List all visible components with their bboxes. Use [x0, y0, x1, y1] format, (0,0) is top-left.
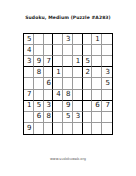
- cell-r2c2[interactable]: [34, 45, 44, 56]
- cell-r7c4[interactable]: [53, 101, 63, 112]
- cell-r9c3[interactable]: [44, 123, 54, 134]
- cell-r1c1[interactable]: 5: [24, 34, 34, 45]
- cell-r8c9[interactable]: [102, 112, 112, 123]
- cell-r6c1[interactable]: 7: [24, 90, 34, 101]
- cell-r7c8[interactable]: 6: [92, 101, 102, 112]
- cell-r6c3[interactable]: [44, 90, 54, 101]
- cell-r4c9[interactable]: 3: [102, 67, 112, 78]
- cell-r6c7[interactable]: [83, 90, 93, 101]
- cell-r4c8[interactable]: [92, 67, 102, 78]
- footer-url: www.sudokuweb.org: [0, 157, 136, 161]
- cell-r2c5[interactable]: [63, 45, 73, 56]
- cell-r1c8[interactable]: 1: [92, 34, 102, 45]
- cell-r5c8[interactable]: [92, 78, 102, 89]
- cell-r9c6[interactable]: [73, 123, 83, 134]
- cell-r8c3[interactable]: 8: [44, 112, 54, 123]
- cell-r6c4[interactable]: 4: [53, 90, 63, 101]
- cell-r3c1[interactable]: 3: [24, 56, 34, 67]
- cell-r1c4[interactable]: [53, 34, 63, 45]
- cell-r5c3[interactable]: 6: [44, 78, 54, 89]
- cell-r7c6[interactable]: [73, 101, 83, 112]
- cell-r2c1[interactable]: 4: [24, 45, 34, 56]
- cell-r1c2[interactable]: [34, 34, 44, 45]
- cell-r1c5[interactable]: 3: [63, 34, 73, 45]
- cell-r6c9[interactable]: [102, 90, 112, 101]
- cell-r9c4[interactable]: [53, 123, 63, 134]
- cell-r6c5[interactable]: 8: [63, 90, 73, 101]
- cell-r3c4[interactable]: [53, 56, 63, 67]
- cell-r4c6[interactable]: [73, 67, 83, 78]
- cell-r8c6[interactable]: 3: [73, 112, 83, 123]
- cell-r5c4[interactable]: [53, 78, 63, 89]
- cell-r1c3[interactable]: [44, 34, 54, 45]
- cell-r9c7[interactable]: [83, 123, 93, 134]
- cell-r5c9[interactable]: 5: [102, 78, 112, 89]
- cell-r9c2[interactable]: [34, 123, 44, 134]
- cell-r5c1[interactable]: [24, 78, 34, 89]
- cell-r5c2[interactable]: [34, 78, 44, 89]
- cell-r2c6[interactable]: [73, 45, 83, 56]
- cell-r2c9[interactable]: [102, 45, 112, 56]
- cell-r4c5[interactable]: [63, 67, 73, 78]
- cell-r2c3[interactable]: [44, 45, 54, 56]
- cell-r3c3[interactable]: 7: [44, 56, 54, 67]
- cell-r4c2[interactable]: 8: [34, 67, 44, 78]
- cell-r2c4[interactable]: [53, 45, 63, 56]
- cell-r4c4[interactable]: 1: [53, 67, 63, 78]
- cell-r5c6[interactable]: [73, 78, 83, 89]
- cell-r4c3[interactable]: [44, 67, 54, 78]
- cell-r1c7[interactable]: [83, 34, 93, 45]
- cell-r6c8[interactable]: [92, 90, 102, 101]
- cell-r3c6[interactable]: 1: [73, 56, 83, 67]
- cell-r9c8[interactable]: [92, 123, 102, 134]
- cell-r3c8[interactable]: [92, 56, 102, 67]
- cell-r6c2[interactable]: [34, 90, 44, 101]
- sudoku-grid: 53143971581236574815396768539: [23, 33, 113, 135]
- cell-r1c9[interactable]: [102, 34, 112, 45]
- cell-r8c1[interactable]: [24, 112, 34, 123]
- cell-r3c5[interactable]: [63, 56, 73, 67]
- cell-r1c6[interactable]: [73, 34, 83, 45]
- cell-r8c5[interactable]: 5: [63, 112, 73, 123]
- cell-r3c2[interactable]: 9: [34, 56, 44, 67]
- cell-r8c4[interactable]: [53, 112, 63, 123]
- cell-r2c8[interactable]: [92, 45, 102, 56]
- cell-r8c7[interactable]: [83, 112, 93, 123]
- cell-r4c1[interactable]: [24, 67, 34, 78]
- cell-r5c7[interactable]: [83, 78, 93, 89]
- cell-r9c5[interactable]: [63, 123, 73, 134]
- cell-r4c7[interactable]: 2: [83, 67, 93, 78]
- cell-r3c9[interactable]: [102, 56, 112, 67]
- puzzle-title: Sudoku, Medium (Puzzle #A283): [0, 15, 136, 20]
- cell-r5c5[interactable]: [63, 78, 73, 89]
- cell-r8c8[interactable]: [92, 112, 102, 123]
- cell-r7c9[interactable]: 7: [102, 101, 112, 112]
- cell-r9c1[interactable]: 9: [24, 123, 34, 134]
- cell-r9c9[interactable]: [102, 123, 112, 134]
- cell-r7c5[interactable]: 9: [63, 101, 73, 112]
- cell-r7c2[interactable]: 5: [34, 101, 44, 112]
- cell-r7c1[interactable]: 1: [24, 101, 34, 112]
- cell-r3c7[interactable]: 5: [83, 56, 93, 67]
- cell-r6c6[interactable]: [73, 90, 83, 101]
- cell-r2c7[interactable]: [83, 45, 93, 56]
- cell-r7c3[interactable]: 3: [44, 101, 54, 112]
- cell-r7c7[interactable]: [83, 101, 93, 112]
- cell-r8c2[interactable]: 6: [34, 112, 44, 123]
